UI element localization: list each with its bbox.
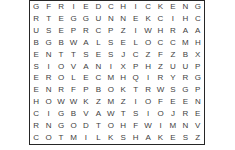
grid-cell: U (179, 61, 191, 73)
grid-cell: G (192, 73, 204, 85)
grid-cell: C (30, 108, 42, 120)
grid-cell: L (67, 73, 79, 85)
grid-cell: N (105, 13, 117, 25)
grid-cell: S (105, 49, 117, 61)
grid-cell: E (192, 108, 204, 120)
grid-cell: O (42, 132, 54, 144)
grid-cell: S (117, 132, 129, 144)
grid-cell: W (105, 108, 117, 120)
grid-cell: E (167, 1, 179, 13)
grid-cell: G (42, 37, 54, 49)
grid-cell: G (30, 1, 42, 13)
grid-cell: O (42, 96, 54, 108)
grid-cell: T (55, 49, 67, 61)
grid-cell: T (67, 49, 79, 61)
grid-cell: B (30, 37, 42, 49)
grid-cell: Z (167, 49, 179, 61)
grid-cell: R (55, 84, 67, 96)
grid-cell: P (80, 84, 92, 96)
grid-cell: K (117, 84, 129, 96)
grid-cell: H (142, 61, 154, 73)
grid-cell: N (92, 61, 104, 73)
grid-cell: O (55, 73, 67, 85)
word-search-grid: GFRIEDCHICKENGRTEGGUNNEKCIHCUSEPRCPZIWHR… (29, 0, 205, 145)
grid-cell: C (129, 49, 141, 61)
grid-cell: O (67, 120, 79, 132)
grid-cell: B (67, 108, 79, 120)
grid-cell: M (167, 120, 179, 132)
grid-cell: S (129, 108, 141, 120)
grid-cell: F (154, 96, 166, 108)
grid-cell: C (105, 1, 117, 13)
grid-cell: O (105, 120, 117, 132)
grid-cell: S (30, 61, 42, 73)
grid-cell: T (42, 13, 54, 25)
grid-cell: G (55, 108, 67, 120)
grid-cell: O (55, 61, 67, 73)
grid-cell: H (129, 132, 141, 144)
grid-cell: S (80, 49, 92, 61)
grid-cell: H (192, 37, 204, 49)
grid-cell: F (129, 120, 141, 132)
grid-cell: S (42, 25, 54, 37)
grid-cell: M (105, 96, 117, 108)
grid-cell: V (67, 61, 79, 73)
grid-cell: M (67, 132, 79, 144)
grid-cell: B (55, 37, 67, 49)
grid-cell: R (179, 108, 191, 120)
grid-cell: R (179, 73, 191, 85)
grid-cell: X (192, 49, 204, 61)
grid-cell: I (129, 96, 141, 108)
grid-cell: G (80, 13, 92, 25)
grid-cell: G (179, 84, 191, 96)
grid-cell: C (154, 37, 166, 49)
grid-cell: J (117, 49, 129, 61)
grid-cell: M (179, 37, 191, 49)
grid-cell: Z (154, 61, 166, 73)
grid-cell: R (154, 73, 166, 85)
grid-cell: U (30, 25, 42, 37)
grid-cell: G (67, 13, 79, 25)
grid-cell: C (30, 132, 42, 144)
grid-cell: J (167, 108, 179, 120)
grid-cell: R (55, 1, 67, 13)
grid-cell: K (154, 132, 166, 144)
grid-cell: W (154, 84, 166, 96)
grid-cell: M (105, 73, 117, 85)
grid-cell: R (142, 84, 154, 96)
grid-cell: P (192, 61, 204, 73)
grid-cell: T (55, 132, 67, 144)
grid-cell: R (80, 25, 92, 37)
grid-cell: I (42, 61, 54, 73)
grid-cell: E (179, 96, 191, 108)
grid-cell: E (129, 13, 141, 25)
grid-cell: L (92, 37, 104, 49)
word-search-page: GFRIEDCHICKENGRTEGGUNNEKCIHCUSEPRCPZIWHR… (0, 0, 235, 150)
grid-cell: A (142, 132, 154, 144)
grid-cell: F (42, 1, 54, 13)
grid-cell: I (142, 108, 154, 120)
grid-cell: I (67, 1, 79, 13)
grid-cell: T (92, 120, 104, 132)
grid-cell: T (129, 84, 141, 96)
grid-cell: S (167, 84, 179, 96)
grid-cell: R (167, 25, 179, 37)
grid-cell: V (80, 108, 92, 120)
grid-cell: A (179, 25, 191, 37)
grid-cell: L (129, 37, 141, 49)
grid-cell: E (55, 13, 67, 25)
grid-cell: E (80, 1, 92, 13)
grid-cell: C (154, 13, 166, 25)
grid-cell: K (80, 96, 92, 108)
grid-cell: H (179, 13, 191, 25)
grid-cell: V (192, 120, 204, 132)
grid-cell: O (154, 108, 166, 120)
grid-cell: G (192, 1, 204, 13)
grid-cell: O (142, 37, 154, 49)
grid-cell: B (92, 84, 104, 96)
grid-cell: H (117, 120, 129, 132)
grid-cell: E (92, 49, 104, 61)
grid-cell: E (80, 73, 92, 85)
grid-cell: I (154, 120, 166, 132)
grid-cell: C (92, 73, 104, 85)
grid-cell: C (142, 1, 154, 13)
grid-cell: K (142, 13, 154, 25)
grid-cell: W (142, 120, 154, 132)
grid-cell: F (154, 49, 166, 61)
grid-cell: P (105, 25, 117, 37)
grid-cell: I (142, 73, 154, 85)
grid-cell: D (80, 120, 92, 132)
grid-cell: O (105, 84, 117, 96)
grid-cell: I (129, 1, 141, 13)
grid-cell: B (179, 49, 191, 61)
grid-cell: I (167, 13, 179, 25)
grid-cell: U (167, 61, 179, 73)
grid-cell: N (42, 120, 54, 132)
grid-cell: P (67, 25, 79, 37)
grid-cell: A (80, 61, 92, 73)
grid-cell: F (67, 84, 79, 96)
grid-cell: D (92, 1, 104, 13)
grid-cell: L (92, 132, 104, 144)
grid-cell: C (92, 25, 104, 37)
grid-cell: X (117, 61, 129, 73)
grid-cell: R (42, 73, 54, 85)
grid-cell: Z (117, 25, 129, 37)
grid-cell: I (105, 61, 117, 73)
grid-cell: W (67, 96, 79, 108)
grid-cell: H (30, 96, 42, 108)
grid-cell: W (142, 25, 154, 37)
grid-cell: E (167, 96, 179, 108)
grid-cell: S (105, 37, 117, 49)
grid-cell: Q (129, 73, 141, 85)
grid-cell: N (42, 49, 54, 61)
grid-cell: E (30, 73, 42, 85)
grid-cell: I (80, 132, 92, 144)
grid-cell: K (154, 1, 166, 13)
grid-cell: O (142, 96, 154, 108)
grid-cell: H (117, 1, 129, 13)
grid-cell: H (117, 73, 129, 85)
grid-cell: I (42, 108, 54, 120)
grid-cell: E (30, 84, 42, 96)
grid-cell: N (179, 1, 191, 13)
grid-cell: N (42, 84, 54, 96)
grid-cell: Z (142, 49, 154, 61)
grid-cell: P (129, 61, 141, 73)
grid-cell: Z (92, 96, 104, 108)
grid-cell: G (55, 120, 67, 132)
grid-cell: Y (167, 73, 179, 85)
grid-cell: S (179, 132, 191, 144)
grid-cell: H (154, 25, 166, 37)
grid-cell: N (192, 96, 204, 108)
grid-cell: A (92, 108, 104, 120)
grid-cell: U (92, 13, 104, 25)
grid-cell: W (67, 37, 79, 49)
grid-cell: Z (117, 96, 129, 108)
grid-cell: E (55, 25, 67, 37)
grid-cell: W (55, 96, 67, 108)
grid-cell: K (105, 132, 117, 144)
grid-cell: E (167, 132, 179, 144)
grid-cell: E (30, 49, 42, 61)
grid-cell: N (179, 120, 191, 132)
grid-cell: A (192, 25, 204, 37)
grid-cell: T (117, 108, 129, 120)
grid-cell: C (192, 13, 204, 25)
grid-cell: C (167, 37, 179, 49)
grid-cell: A (80, 37, 92, 49)
grid-cell: E (117, 37, 129, 49)
grid-cell: R (30, 13, 42, 25)
grid-cell: P (192, 84, 204, 96)
grid-cell: I (129, 25, 141, 37)
grid-cell: Z (192, 132, 204, 144)
grid-cell: N (117, 13, 129, 25)
grid-cell: R (30, 120, 42, 132)
